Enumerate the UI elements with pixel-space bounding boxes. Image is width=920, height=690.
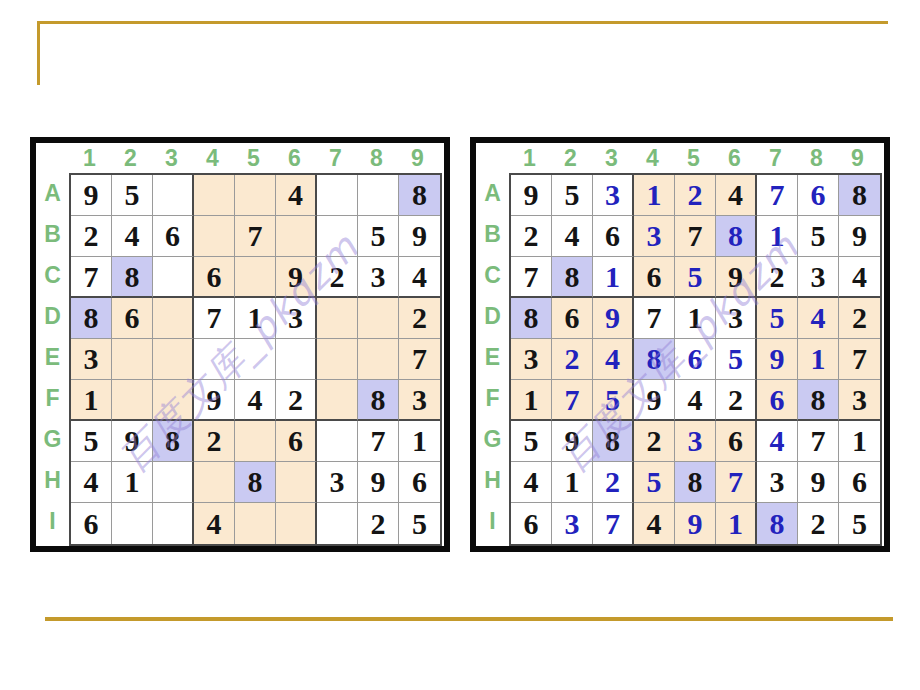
cell-G3: 8 [153, 421, 194, 462]
cell-F9: 3 [399, 380, 440, 421]
cell-C7: 2 [317, 257, 358, 298]
cell-C5: 5 [675, 257, 716, 298]
cell-C9: 4 [839, 257, 880, 298]
cell-E8: 1 [798, 339, 839, 380]
cell-B6 [276, 216, 317, 257]
cell-A6: 4 [716, 175, 757, 216]
cell-H5: 8 [675, 462, 716, 503]
cell-C2: 8 [112, 257, 153, 298]
cell-H9: 6 [399, 462, 440, 503]
cell-F4: 9 [194, 380, 235, 421]
cell-I7 [317, 503, 358, 544]
cell-B2: 4 [112, 216, 153, 257]
cell-D2: 6 [552, 298, 593, 339]
cell-C4: 6 [634, 257, 675, 298]
row-label-I: I [36, 501, 69, 542]
row-label-I: I [476, 501, 509, 542]
col-label-9: 9 [397, 143, 438, 173]
col-label-2: 2 [110, 143, 151, 173]
row-label-G: G [36, 419, 69, 460]
cell-C5 [235, 257, 276, 298]
cell-A8 [358, 175, 399, 216]
col-label-5: 5 [233, 143, 274, 173]
cell-E1: 3 [511, 339, 552, 380]
cell-H4 [194, 462, 235, 503]
cell-I4: 4 [194, 503, 235, 544]
col-label-7: 7 [755, 143, 796, 173]
cell-C2: 8 [552, 257, 593, 298]
row-label-C: C [476, 255, 509, 296]
cell-G5: 3 [675, 421, 716, 462]
cell-G9: 1 [399, 421, 440, 462]
cell-I8: 2 [358, 503, 399, 544]
row-label-A: A [476, 173, 509, 214]
cell-D5: 1 [235, 298, 276, 339]
sudoku-grid: 9531247682463781597816592348697135423248… [509, 173, 882, 546]
col-label-5: 5 [673, 143, 714, 173]
cell-G7: 4 [757, 421, 798, 462]
cell-H4: 5 [634, 462, 675, 503]
cell-A4 [194, 175, 235, 216]
cell-F7 [317, 380, 358, 421]
cell-I4: 4 [634, 503, 675, 544]
sudoku-grid: 9548246759786923486713237194283598267141… [69, 173, 442, 546]
cell-F6: 2 [716, 380, 757, 421]
cell-E3 [153, 339, 194, 380]
col-label-2: 2 [550, 143, 591, 173]
cell-H6: 7 [716, 462, 757, 503]
cell-A5: 2 [675, 175, 716, 216]
cell-D3: 9 [593, 298, 634, 339]
cell-E2 [112, 339, 153, 380]
cell-G6: 6 [276, 421, 317, 462]
cell-H2: 1 [112, 462, 153, 503]
cell-H8: 9 [358, 462, 399, 503]
cell-H1: 4 [71, 462, 112, 503]
cell-G7 [317, 421, 358, 462]
cell-E7: 9 [757, 339, 798, 380]
cell-B8: 5 [358, 216, 399, 257]
sudoku-board-puzzle: 123456789ABCDEFGHI9548246759786923486713… [30, 137, 450, 552]
cell-H6 [276, 462, 317, 503]
cell-E6: 5 [716, 339, 757, 380]
cell-C6: 9 [716, 257, 757, 298]
cell-F8: 8 [798, 380, 839, 421]
col-label-8: 8 [356, 143, 397, 173]
cell-I3 [153, 503, 194, 544]
row-label-F: F [36, 378, 69, 419]
cell-E5 [235, 339, 276, 380]
cell-G9: 1 [839, 421, 880, 462]
row-label-C: C [36, 255, 69, 296]
cell-F1: 1 [71, 380, 112, 421]
cell-C8: 3 [798, 257, 839, 298]
col-label-8: 8 [796, 143, 837, 173]
cell-I2 [112, 503, 153, 544]
row-label-H: H [36, 460, 69, 501]
cell-H5: 8 [235, 462, 276, 503]
slide-bottom-rule [45, 617, 893, 621]
col-label-1: 1 [69, 143, 110, 173]
cell-H3: 2 [593, 462, 634, 503]
row-label-D: D [36, 296, 69, 337]
cell-E7 [317, 339, 358, 380]
col-label-7: 7 [315, 143, 356, 173]
cell-E6 [276, 339, 317, 380]
cell-I6 [276, 503, 317, 544]
cell-I1: 6 [511, 503, 552, 544]
cell-F5: 4 [675, 380, 716, 421]
board-inner: 123456789ABCDEFGHI9531247682463781597816… [476, 143, 884, 546]
row-labels: ABCDEFGHI [476, 173, 509, 542]
row-labels: ABCDEFGHI [36, 173, 69, 542]
cell-I1: 6 [71, 503, 112, 544]
cell-G5 [235, 421, 276, 462]
cell-A9: 8 [399, 175, 440, 216]
row-label-G: G [476, 419, 509, 460]
cell-G2: 9 [552, 421, 593, 462]
cell-F3: 5 [593, 380, 634, 421]
cell-B7: 1 [757, 216, 798, 257]
cell-D8: 4 [798, 298, 839, 339]
cell-I9: 5 [399, 503, 440, 544]
cell-D7 [317, 298, 358, 339]
cell-H7: 3 [317, 462, 358, 503]
board-inner: 123456789ABCDEFGHI9548246759786923486713… [36, 143, 444, 546]
cell-C1: 7 [71, 257, 112, 298]
cell-D6: 3 [276, 298, 317, 339]
cell-A6: 4 [276, 175, 317, 216]
cell-E9: 7 [839, 339, 880, 380]
cell-D3 [153, 298, 194, 339]
cell-E4: 8 [634, 339, 675, 380]
cell-A5 [235, 175, 276, 216]
cell-B6: 8 [716, 216, 757, 257]
cell-F7: 6 [757, 380, 798, 421]
cell-E8 [358, 339, 399, 380]
column-labels: 123456789 [69, 143, 438, 173]
cell-F2: 7 [552, 380, 593, 421]
cell-D1: 8 [71, 298, 112, 339]
cell-D9: 2 [399, 298, 440, 339]
cell-A7 [317, 175, 358, 216]
cell-I7: 8 [757, 503, 798, 544]
col-label-1: 1 [509, 143, 550, 173]
cell-H3 [153, 462, 194, 503]
row-label-E: E [476, 337, 509, 378]
column-labels: 123456789 [509, 143, 878, 173]
cell-D2: 6 [112, 298, 153, 339]
cell-C9: 4 [399, 257, 440, 298]
cell-G4: 2 [634, 421, 675, 462]
cell-A4: 1 [634, 175, 675, 216]
cell-I3: 7 [593, 503, 634, 544]
cell-H7: 3 [757, 462, 798, 503]
cell-D7: 5 [757, 298, 798, 339]
cell-B5: 7 [675, 216, 716, 257]
cell-B3: 6 [593, 216, 634, 257]
cell-D1: 8 [511, 298, 552, 339]
row-label-H: H [476, 460, 509, 501]
cell-B2: 4 [552, 216, 593, 257]
cell-B8: 5 [798, 216, 839, 257]
cell-F2 [112, 380, 153, 421]
cell-B9: 9 [399, 216, 440, 257]
cell-G8: 7 [798, 421, 839, 462]
cell-I8: 2 [798, 503, 839, 544]
cell-C6: 9 [276, 257, 317, 298]
col-label-9: 9 [837, 143, 878, 173]
cell-A3 [153, 175, 194, 216]
cell-E2: 2 [552, 339, 593, 380]
cell-F9: 3 [839, 380, 880, 421]
cell-E4 [194, 339, 235, 380]
cell-H8: 9 [798, 462, 839, 503]
cell-E5: 6 [675, 339, 716, 380]
cell-C4: 6 [194, 257, 235, 298]
cell-H9: 6 [839, 462, 880, 503]
cell-F5: 4 [235, 380, 276, 421]
cell-D4: 7 [194, 298, 235, 339]
cell-F6: 2 [276, 380, 317, 421]
cell-A8: 6 [798, 175, 839, 216]
cell-G1: 5 [511, 421, 552, 462]
cell-A2: 5 [112, 175, 153, 216]
row-label-A: A [36, 173, 69, 214]
cell-B1: 2 [511, 216, 552, 257]
cell-B3: 6 [153, 216, 194, 257]
cell-D8 [358, 298, 399, 339]
row-label-B: B [476, 214, 509, 255]
row-label-F: F [476, 378, 509, 419]
cell-E3: 4 [593, 339, 634, 380]
cell-C8: 3 [358, 257, 399, 298]
cell-B4: 3 [634, 216, 675, 257]
cell-D6: 3 [716, 298, 757, 339]
cell-G3: 8 [593, 421, 634, 462]
row-label-B: B [36, 214, 69, 255]
cell-F4: 9 [634, 380, 675, 421]
cell-G4: 2 [194, 421, 235, 462]
cell-C3: 1 [593, 257, 634, 298]
cell-B5: 7 [235, 216, 276, 257]
cell-F3 [153, 380, 194, 421]
cell-A9: 8 [839, 175, 880, 216]
cell-C3 [153, 257, 194, 298]
cell-I5 [235, 503, 276, 544]
cell-E9: 7 [399, 339, 440, 380]
cell-G1: 5 [71, 421, 112, 462]
cell-G2: 9 [112, 421, 153, 462]
cell-E1: 3 [71, 339, 112, 380]
cell-A1: 9 [511, 175, 552, 216]
cell-D4: 7 [634, 298, 675, 339]
cell-C1: 7 [511, 257, 552, 298]
cell-I2: 3 [552, 503, 593, 544]
cell-H1: 4 [511, 462, 552, 503]
cell-D5: 1 [675, 298, 716, 339]
col-label-6: 6 [714, 143, 755, 173]
cell-C7: 2 [757, 257, 798, 298]
cell-B4 [194, 216, 235, 257]
row-label-D: D [476, 296, 509, 337]
slide-top-rule [37, 21, 888, 85]
cell-B1: 2 [71, 216, 112, 257]
row-label-E: E [36, 337, 69, 378]
cell-I6: 1 [716, 503, 757, 544]
cell-G6: 6 [716, 421, 757, 462]
col-label-3: 3 [591, 143, 632, 173]
sudoku-board-solution: 123456789ABCDEFGHI9531247682463781597816… [470, 137, 890, 552]
cell-A1: 9 [71, 175, 112, 216]
col-label-3: 3 [151, 143, 192, 173]
cell-D9: 2 [839, 298, 880, 339]
cell-F1: 1 [511, 380, 552, 421]
col-label-4: 4 [192, 143, 233, 173]
cell-G8: 7 [358, 421, 399, 462]
col-label-6: 6 [274, 143, 315, 173]
cell-I5: 9 [675, 503, 716, 544]
cell-A2: 5 [552, 175, 593, 216]
cell-I9: 5 [839, 503, 880, 544]
cell-A3: 3 [593, 175, 634, 216]
col-label-4: 4 [632, 143, 673, 173]
cell-H2: 1 [552, 462, 593, 503]
cell-A7: 7 [757, 175, 798, 216]
cell-B9: 9 [839, 216, 880, 257]
cell-B7 [317, 216, 358, 257]
cell-F8: 8 [358, 380, 399, 421]
